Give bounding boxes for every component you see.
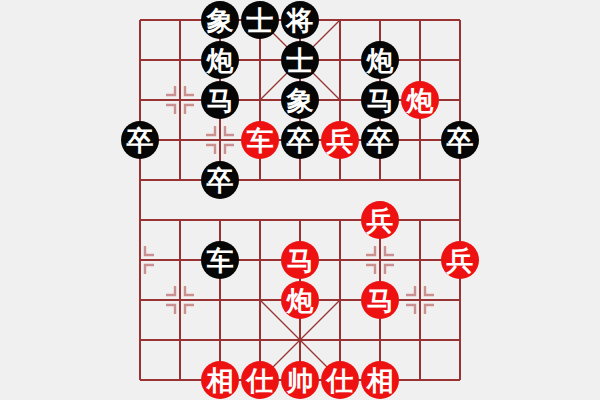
- piece-black-cannon[interactable]: 炮: [361, 41, 399, 79]
- piece-black-pawn[interactable]: 卒: [361, 121, 399, 159]
- piece-black-pawn[interactable]: 卒: [121, 121, 159, 159]
- piece-red-cannon[interactable]: 炮: [401, 81, 439, 119]
- piece-red-elephant[interactable]: 相: [201, 361, 239, 399]
- piece-red-horse[interactable]: 马: [361, 281, 399, 319]
- piece-black-advisor[interactable]: 士: [281, 41, 319, 79]
- piece-black-elephant[interactable]: 象: [201, 1, 239, 39]
- piece-black-chariot[interactable]: 车: [201, 241, 239, 279]
- piece-black-cannon[interactable]: 炮: [201, 41, 239, 79]
- piece-red-pawn[interactable]: 兵: [321, 121, 359, 159]
- piece-red-horse[interactable]: 马: [281, 241, 319, 279]
- piece-red-advisor[interactable]: 仕: [321, 361, 359, 399]
- xiangqi-board: 象士将炮士炮马象马卒卒卒卒卒车车兵炮兵马兵炮马相仕帅仕相: [0, 0, 600, 400]
- piece-black-advisor[interactable]: 士: [241, 1, 279, 39]
- piece-red-elephant[interactable]: 相: [361, 361, 399, 399]
- piece-black-elephant[interactable]: 象: [281, 81, 319, 119]
- piece-black-general[interactable]: 将: [281, 1, 319, 39]
- piece-red-advisor[interactable]: 仕: [241, 361, 279, 399]
- piece-red-general[interactable]: 帅: [281, 361, 319, 399]
- piece-red-cannon[interactable]: 炮: [281, 281, 319, 319]
- piece-black-pawn[interactable]: 卒: [201, 161, 239, 199]
- piece-black-pawn[interactable]: 卒: [281, 121, 319, 159]
- piece-red-chariot[interactable]: 车: [241, 121, 279, 159]
- piece-red-pawn[interactable]: 兵: [361, 201, 399, 239]
- piece-black-horse[interactable]: 马: [361, 81, 399, 119]
- piece-red-pawn[interactable]: 兵: [441, 241, 479, 279]
- piece-black-horse[interactable]: 马: [201, 81, 239, 119]
- piece-black-pawn[interactable]: 卒: [441, 121, 479, 159]
